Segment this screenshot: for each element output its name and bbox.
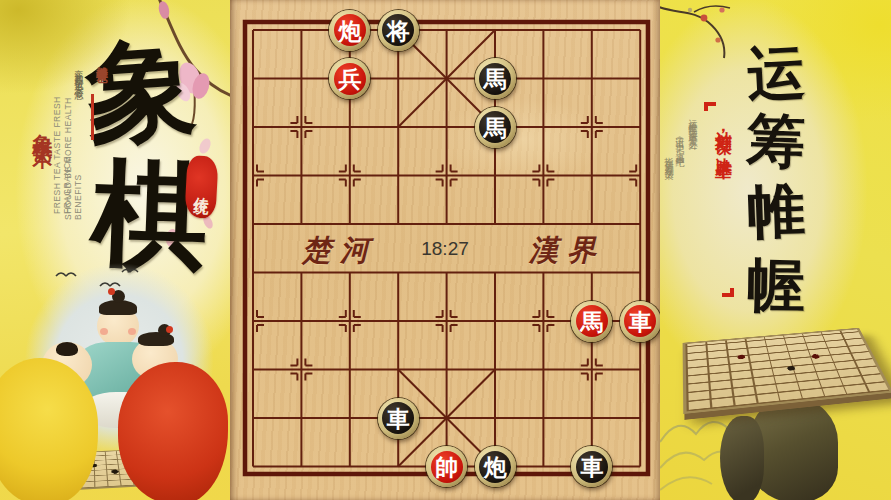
red-quote-right: 计划筹谋，决胜千里 xyxy=(712,118,734,288)
piece-red-帥-r9c4[interactable]: 帥 xyxy=(426,446,467,487)
seal-text: 传统 xyxy=(192,185,211,190)
piece-black-馬-r1c5[interactable]: 馬 xyxy=(475,58,516,99)
app-screen: 象 棋 传统 象棋艺术 FRESH TEA TASTE FRESH FRAGRA… xyxy=(0,0,891,500)
board-on-rock-illustration xyxy=(683,328,891,414)
classical-text-col-3: 指在后方筹划决策 xyxy=(662,150,675,330)
piece-red-車-r6c8[interactable]: 車 xyxy=(620,301,661,342)
left-decor-panel: 象 棋 传统 象棋艺术 FRESH TEA TASTE FRESH FRAGRA… xyxy=(0,0,230,500)
right-decor-panel: 运 筹 帷 幄 计划筹谋，决胜千里 运筹帷幄之中决胜千里之外 语出《史记·高祖本… xyxy=(660,0,891,500)
piece-black-将-r0c3[interactable]: 将 xyxy=(378,10,419,51)
pieces-layer: 炮将兵馬馬馬車車帥炮車 xyxy=(229,6,665,491)
classical-text-col-1: 运筹帷幄之中决胜千里之外 xyxy=(686,112,699,352)
quote-divider-line xyxy=(91,94,94,140)
piece-red-兵-r1c2[interactable]: 兵 xyxy=(329,58,370,99)
right-title-char-1: 运 xyxy=(739,42,814,104)
tradition-seal: 传统 xyxy=(184,155,218,219)
piece-black-炮-r9c5[interactable]: 炮 xyxy=(475,446,516,487)
xiangqi-board[interactable]: 楚河 漢界 18:27 炮将兵馬馬馬車車帥炮車 xyxy=(230,0,660,500)
children-playing-illustration xyxy=(0,246,230,500)
small-quote: 弈之为数小数也不专心致志 xyxy=(72,62,85,212)
piece-black-馬-r2c5[interactable]: 馬 xyxy=(475,107,516,148)
quote-bracket-bottom xyxy=(722,288,734,297)
right-title-char-3: 帷 xyxy=(739,181,813,241)
right-title-char-4: 幄 xyxy=(739,255,812,314)
piece-red-炮-r0c2[interactable]: 炮 xyxy=(329,10,370,51)
right-title-char-2: 筹 xyxy=(739,111,813,171)
rock-illustration xyxy=(746,398,838,500)
piece-red-馬-r6c7[interactable]: 馬 xyxy=(571,301,612,342)
piece-black-車-r8c3[interactable]: 車 xyxy=(378,398,419,439)
red-quote-left: 善博弈者得天下也 xyxy=(94,56,109,166)
piece-black-車-r9c7[interactable]: 車 xyxy=(571,446,612,487)
birds-icon xyxy=(52,260,142,294)
quote-bracket-top xyxy=(704,102,716,111)
